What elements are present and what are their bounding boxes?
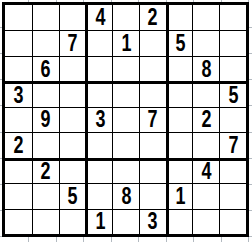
- cell-r4c6[interactable]: [139, 81, 166, 106]
- cell-r3c9[interactable]: [219, 56, 246, 81]
- cell-r6c6[interactable]: [139, 132, 166, 157]
- cell-r8c3[interactable]: 5: [59, 183, 86, 208]
- given-digit: 9: [41, 108, 51, 131]
- cell-r4c3[interactable]: [59, 81, 86, 106]
- cell-r7c6[interactable]: [139, 158, 166, 183]
- given-digit: 7: [67, 32, 77, 55]
- given-digit: 7: [148, 108, 158, 131]
- given-digit: 2: [13, 134, 23, 157]
- cell-r2c5[interactable]: 1: [112, 30, 139, 55]
- cell-r6c7[interactable]: [166, 132, 193, 157]
- cell-r3c1[interactable]: [5, 56, 32, 81]
- given-digit: 4: [95, 6, 105, 29]
- cell-r7c8[interactable]: 4: [192, 158, 219, 183]
- cell-r9c4[interactable]: 1: [85, 209, 112, 234]
- cell-r6c9[interactable]: 7: [219, 132, 246, 157]
- cell-r5c9[interactable]: [219, 107, 246, 132]
- cell-r4c9[interactable]: 5: [219, 81, 246, 106]
- cell-r9c2[interactable]: [32, 209, 59, 234]
- cell-r5c6[interactable]: 7: [139, 107, 166, 132]
- cell-r8c7[interactable]: 1: [166, 183, 193, 208]
- cell-r8c1[interactable]: [5, 183, 32, 208]
- cell-r7c9[interactable]: [219, 158, 246, 183]
- cell-r7c7[interactable]: [166, 158, 193, 183]
- cell-r1c7[interactable]: [166, 5, 193, 30]
- cell-r3c8[interactable]: 8: [192, 56, 219, 81]
- cell-r5c5[interactable]: [112, 107, 139, 132]
- given-digit: 3: [95, 108, 105, 131]
- cell-r4c8[interactable]: [192, 81, 219, 106]
- cell-r2c3[interactable]: 7: [59, 30, 86, 55]
- given-digit: 6: [41, 58, 51, 81]
- cell-r5c7[interactable]: [166, 107, 193, 132]
- cell-r9c9[interactable]: [219, 209, 246, 234]
- given-digit: 3: [148, 210, 158, 233]
- given-digit: 2: [41, 160, 51, 183]
- given-digit: 7: [228, 134, 238, 157]
- given-digit: 4: [201, 160, 211, 183]
- cell-r2c8[interactable]: [192, 30, 219, 55]
- cell-r5c8[interactable]: 2: [192, 107, 219, 132]
- cell-r4c4[interactable]: [85, 81, 112, 106]
- cell-r4c2[interactable]: [32, 81, 59, 106]
- cell-r3c5[interactable]: [112, 56, 139, 81]
- given-digit: 1: [121, 32, 131, 55]
- cell-r5c3[interactable]: [59, 107, 86, 132]
- cell-r2c7[interactable]: 5: [166, 30, 193, 55]
- cell-r2c1[interactable]: [5, 30, 32, 55]
- cell-r5c2[interactable]: 9: [32, 107, 59, 132]
- cell-r4c1[interactable]: 3: [5, 81, 32, 106]
- cell-r4c7[interactable]: [166, 81, 193, 106]
- cell-r9c8[interactable]: [192, 209, 219, 234]
- cell-r1c5[interactable]: [112, 5, 139, 30]
- cell-r2c9[interactable]: [219, 30, 246, 55]
- cell-r9c7[interactable]: [166, 209, 193, 234]
- cell-r2c6[interactable]: [139, 30, 166, 55]
- cell-r8c9[interactable]: [219, 183, 246, 208]
- cell-r6c3[interactable]: [59, 132, 86, 157]
- cell-r3c2[interactable]: 6: [32, 56, 59, 81]
- cell-r8c4[interactable]: [85, 183, 112, 208]
- cell-r9c6[interactable]: 3: [139, 209, 166, 234]
- cell-r7c5[interactable]: [112, 158, 139, 183]
- cell-r3c7[interactable]: [166, 56, 193, 81]
- given-digit: 5: [176, 32, 186, 55]
- cell-r5c1[interactable]: [5, 107, 32, 132]
- given-digit: 1: [95, 210, 105, 233]
- cell-r3c6[interactable]: [139, 56, 166, 81]
- cell-r7c4[interactable]: [85, 158, 112, 183]
- cell-r7c2[interactable]: 2: [32, 158, 59, 183]
- cell-r1c3[interactable]: [59, 5, 86, 30]
- given-digit: 5: [67, 185, 77, 208]
- cell-r6c1[interactable]: 2: [5, 132, 32, 157]
- cell-r7c3[interactable]: [59, 158, 86, 183]
- cell-r8c5[interactable]: 8: [112, 183, 139, 208]
- cell-r1c2[interactable]: [32, 5, 59, 30]
- cell-r1c1[interactable]: [5, 5, 32, 30]
- cell-r4c5[interactable]: [112, 81, 139, 106]
- sudoku-board: 4271568359372272458113: [2, 2, 249, 237]
- cell-r3c3[interactable]: [59, 56, 86, 81]
- given-digit: 2: [201, 108, 211, 131]
- cell-r6c5[interactable]: [112, 132, 139, 157]
- cell-r5c4[interactable]: 3: [85, 107, 112, 132]
- given-digit: 3: [13, 84, 23, 107]
- given-digit: 5: [228, 84, 238, 107]
- cell-r1c4[interactable]: 4: [85, 5, 112, 30]
- cell-r7c1[interactable]: [5, 158, 32, 183]
- given-digit: 8: [201, 58, 211, 81]
- cell-r1c6[interactable]: 2: [139, 5, 166, 30]
- cell-r1c8[interactable]: [192, 5, 219, 30]
- cell-r9c1[interactable]: [5, 209, 32, 234]
- cell-r6c2[interactable]: [32, 132, 59, 157]
- given-digit: 2: [148, 6, 158, 29]
- cell-r8c8[interactable]: [192, 183, 219, 208]
- given-digit: 1: [176, 185, 186, 208]
- cell-r6c4[interactable]: [85, 132, 112, 157]
- cell-r8c2[interactable]: [32, 183, 59, 208]
- cell-r2c2[interactable]: [32, 30, 59, 55]
- cell-r9c3[interactable]: [59, 209, 86, 234]
- cell-r8c6[interactable]: [139, 183, 166, 208]
- given-digit: 8: [121, 185, 131, 208]
- cell-r9c5[interactable]: [112, 209, 139, 234]
- cell-r3c4[interactable]: [85, 56, 112, 81]
- cell-r6c8[interactable]: [192, 132, 219, 157]
- cell-r1c9[interactable]: [219, 5, 246, 30]
- cell-r2c4[interactable]: [85, 30, 112, 55]
